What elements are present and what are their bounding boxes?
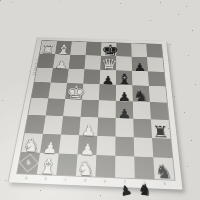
white-queen[interactable]: ♛ xyxy=(100,57,116,72)
square-b3[interactable] xyxy=(43,115,63,134)
file-label: a xyxy=(16,174,37,182)
board-grid[interactable]: ♜♝♚♟♛♟♟♝♚♟♞♟♟♜♞♟♟♞♝♞♞ xyxy=(17,41,174,180)
chessboard-photo: ♜♝♚♟♛♟♟♝♚♟♞♟♟♜♞♟♟♞♝♞♞ a b c d e f g h © … xyxy=(0,0,200,200)
square-h1[interactable]: ♞ xyxy=(153,157,174,179)
film-grain xyxy=(0,0,1,1)
square-f1[interactable] xyxy=(115,156,135,178)
square-b5[interactable] xyxy=(48,83,67,99)
square-g1[interactable] xyxy=(134,157,154,179)
white-bishop[interactable]: ♝ xyxy=(36,156,58,177)
chess-board[interactable]: ♜♝♚♟♛♟♟♝♚♟♞♟♟♜♞♟♟♞♝♞♞ a b c d e f g h © … xyxy=(9,37,183,189)
file-label: c xyxy=(55,176,75,184)
white-king[interactable]: ♚ xyxy=(65,83,83,102)
file-label: e xyxy=(95,177,115,185)
square-c8[interactable] xyxy=(70,42,86,56)
black-rook[interactable]: ♜ xyxy=(151,124,170,141)
black-pawn[interactable]: ♟ xyxy=(116,107,134,121)
square-c1[interactable] xyxy=(56,154,77,176)
square-c7[interactable] xyxy=(69,55,86,69)
square-b4[interactable] xyxy=(46,98,65,116)
square-b1[interactable]: ♝ xyxy=(37,153,59,175)
square-h4[interactable] xyxy=(150,102,169,120)
square-h8[interactable] xyxy=(146,44,162,58)
square-h3[interactable]: ♜ xyxy=(151,119,171,138)
square-d8[interactable] xyxy=(86,42,102,56)
captured-black-pawn[interactable]: ♟ xyxy=(119,183,133,198)
white-pawn[interactable]: ♟ xyxy=(77,142,97,158)
square-c5[interactable]: ♚ xyxy=(65,83,83,99)
black-knight[interactable]: ♞ xyxy=(132,89,149,104)
square-g3[interactable] xyxy=(133,119,152,138)
square-g8[interactable] xyxy=(131,43,147,57)
square-c2[interactable] xyxy=(59,134,79,154)
square-h6[interactable] xyxy=(148,71,165,87)
square-c3[interactable] xyxy=(61,116,81,135)
white-knight[interactable]: ♞ xyxy=(76,159,97,179)
corner-logo-emblem: ♞ xyxy=(19,154,39,173)
square-e7[interactable]: ♛ xyxy=(100,56,116,70)
captured-black-knight[interactable]: ♞ xyxy=(137,182,152,199)
square-b8[interactable]: ♝ xyxy=(55,41,72,54)
white-pawn[interactable]: ♟ xyxy=(53,59,70,70)
square-h7[interactable] xyxy=(147,57,164,72)
square-f2[interactable] xyxy=(115,136,134,157)
square-b2[interactable]: ♟ xyxy=(40,133,61,153)
square-e4[interactable] xyxy=(98,100,116,118)
square-g7[interactable]: ♟ xyxy=(132,57,148,72)
white-bishop[interactable]: ♝ xyxy=(55,43,72,56)
black-pawn[interactable]: ♟ xyxy=(100,75,117,87)
square-e3[interactable] xyxy=(97,117,115,136)
black-pawn[interactable]: ♟ xyxy=(116,91,133,104)
black-knight[interactable]: ♞ xyxy=(154,163,175,183)
white-pawn[interactable]: ♟ xyxy=(79,123,98,138)
square-e1[interactable] xyxy=(95,155,115,177)
black-pawn[interactable]: ♟ xyxy=(132,62,148,73)
square-d7[interactable] xyxy=(84,55,100,69)
square-d3[interactable]: ♟ xyxy=(79,117,98,136)
square-d1[interactable]: ♞ xyxy=(76,154,97,176)
square-e8[interactable]: ♚ xyxy=(101,42,116,56)
square-g5[interactable]: ♞ xyxy=(132,85,149,102)
square-e2[interactable] xyxy=(96,136,115,156)
black-bishop[interactable]: ♝ xyxy=(116,72,132,87)
emblem-knight-icon: ♞ xyxy=(25,159,33,166)
square-f6[interactable]: ♝ xyxy=(116,70,132,85)
square-h5[interactable] xyxy=(149,86,167,103)
square-g2[interactable] xyxy=(134,137,154,158)
